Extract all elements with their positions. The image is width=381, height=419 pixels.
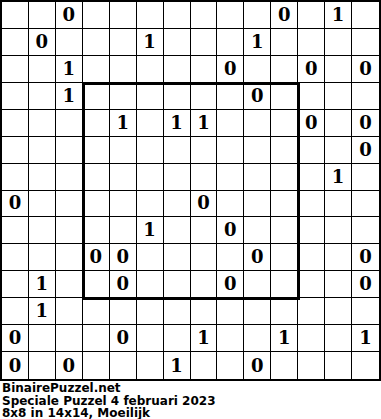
- cell-r0c13[interactable]: [352, 2, 379, 29]
- cell-r13c2[interactable]: 0: [56, 352, 83, 379]
- cell-r9c8[interactable]: [217, 244, 244, 271]
- cell-r11c1[interactable]: 1: [29, 298, 56, 325]
- cell-r10c0[interactable]: [2, 271, 29, 298]
- cell-r10c4[interactable]: 0: [110, 271, 137, 298]
- cell-r12c2[interactable]: [56, 325, 83, 352]
- cell-r2c10[interactable]: [271, 56, 298, 83]
- cell-r2c7[interactable]: [191, 56, 218, 83]
- cell-r0c9[interactable]: [244, 2, 271, 29]
- cell-r1c2[interactable]: [56, 29, 83, 56]
- cell-r0c5[interactable]: [137, 2, 164, 29]
- cell-r2c2[interactable]: 1: [56, 56, 83, 83]
- cell-r13c1[interactable]: [29, 352, 56, 379]
- cell-r8c1[interactable]: [29, 217, 56, 244]
- cell-r5c1[interactable]: [29, 137, 56, 164]
- cell-r12c3[interactable]: [83, 325, 110, 352]
- cell-r5c2[interactable]: [56, 137, 83, 164]
- cell-r0c7[interactable]: [191, 2, 218, 29]
- cell-r3c4[interactable]: [110, 83, 137, 110]
- cell-r5c10[interactable]: [271, 137, 298, 164]
- cell-r10c1[interactable]: 1: [29, 271, 56, 298]
- cell-r4c9[interactable]: [244, 110, 271, 137]
- cell-r13c9[interactable]: 0: [244, 352, 271, 379]
- cell-r7c1[interactable]: [29, 191, 56, 218]
- cell-r6c8[interactable]: [217, 164, 244, 191]
- cell-r7c5[interactable]: [137, 191, 164, 218]
- cell-r12c9[interactable]: [244, 325, 271, 352]
- cell-r2c9[interactable]: [244, 56, 271, 83]
- cell-r11c2[interactable]: [56, 298, 83, 325]
- cell-r10c6[interactable]: [164, 271, 191, 298]
- cell-r3c13[interactable]: [352, 83, 379, 110]
- cell-r2c13[interactable]: 0: [352, 56, 379, 83]
- cell-r13c12[interactable]: [325, 352, 352, 379]
- cell-r12c10[interactable]: 1: [271, 325, 298, 352]
- cell-r12c1[interactable]: [29, 325, 56, 352]
- cell-r6c6[interactable]: [164, 164, 191, 191]
- cell-r7c10[interactable]: [271, 191, 298, 218]
- cell-r2c3[interactable]: [83, 56, 110, 83]
- cell-r10c8[interactable]: 0: [217, 271, 244, 298]
- cell-r2c5[interactable]: [137, 56, 164, 83]
- cell-r12c13[interactable]: 1: [352, 325, 379, 352]
- cell-r3c9[interactable]: 0: [244, 83, 271, 110]
- cell-r3c3[interactable]: [83, 83, 110, 110]
- cell-r3c10[interactable]: [271, 83, 298, 110]
- cell-r1c11[interactable]: [298, 29, 325, 56]
- cell-r0c2[interactable]: 0: [56, 2, 83, 29]
- cell-r2c11[interactable]: 0: [298, 56, 325, 83]
- cell-r0c11[interactable]: [298, 2, 325, 29]
- cell-r7c12[interactable]: [325, 191, 352, 218]
- cell-r9c7[interactable]: [191, 244, 218, 271]
- cell-r11c13[interactable]: [352, 298, 379, 325]
- cell-r8c7[interactable]: [191, 217, 218, 244]
- cell-r5c9[interactable]: [244, 137, 271, 164]
- cell-r1c8[interactable]: [217, 29, 244, 56]
- cell-r1c3[interactable]: [83, 29, 110, 56]
- cell-r6c11[interactable]: [298, 164, 325, 191]
- cell-r7c3[interactable]: [83, 191, 110, 218]
- cell-r8c4[interactable]: [110, 217, 137, 244]
- cell-r8c10[interactable]: [271, 217, 298, 244]
- cell-r12c6[interactable]: [164, 325, 191, 352]
- cell-r12c4[interactable]: 0: [110, 325, 137, 352]
- cell-r13c5[interactable]: [137, 352, 164, 379]
- cell-r7c13[interactable]: [352, 191, 379, 218]
- cell-r3c6[interactable]: [164, 83, 191, 110]
- cell-r10c9[interactable]: [244, 271, 271, 298]
- puzzle-grid: 0010111000101110001001000001000100111001…: [0, 0, 381, 381]
- cell-r5c3[interactable]: [83, 137, 110, 164]
- cell-r13c10[interactable]: [271, 352, 298, 379]
- cell-r1c0[interactable]: [2, 29, 29, 56]
- cell-r8c12[interactable]: [325, 217, 352, 244]
- cell-r10c11[interactable]: [298, 271, 325, 298]
- cell-r11c3[interactable]: [83, 298, 110, 325]
- cell-r3c12[interactable]: [325, 83, 352, 110]
- cell-r9c1[interactable]: [29, 244, 56, 271]
- puzzle-size-difficulty: 8x8 in 14x14, Moeilijk: [2, 407, 381, 419]
- cell-r11c8[interactable]: [217, 298, 244, 325]
- cell-r8c9[interactable]: [244, 217, 271, 244]
- cell-r4c0[interactable]: [2, 110, 29, 137]
- cell-r11c9[interactable]: [244, 298, 271, 325]
- cell-r8c2[interactable]: [56, 217, 83, 244]
- cell-r13c11[interactable]: [298, 352, 325, 379]
- cell-r4c5[interactable]: [137, 110, 164, 137]
- cell-r13c13[interactable]: [352, 352, 379, 379]
- cell-r13c4[interactable]: [110, 352, 137, 379]
- cell-r4c2[interactable]: [56, 110, 83, 137]
- cell-r6c10[interactable]: [271, 164, 298, 191]
- cell-r8c13[interactable]: [352, 217, 379, 244]
- cell-r6c5[interactable]: [137, 164, 164, 191]
- cell-r3c0[interactable]: [2, 83, 29, 110]
- cell-r6c1[interactable]: [29, 164, 56, 191]
- cell-r0c1[interactable]: [29, 2, 56, 29]
- cell-r4c12[interactable]: [325, 110, 352, 137]
- cell-r5c12[interactable]: [325, 137, 352, 164]
- cell-r4c1[interactable]: [29, 110, 56, 137]
- cell-r5c7[interactable]: [191, 137, 218, 164]
- cell-r3c2[interactable]: 1: [56, 83, 83, 110]
- cell-r5c4[interactable]: [110, 137, 137, 164]
- cell-r2c0[interactable]: [2, 56, 29, 83]
- cell-r0c4[interactable]: [110, 2, 137, 29]
- cell-r0c8[interactable]: [217, 2, 244, 29]
- cell-r0c0[interactable]: [2, 2, 29, 29]
- cell-r6c12[interactable]: 1: [325, 164, 352, 191]
- cell-r7c0[interactable]: 0: [2, 191, 29, 218]
- cell-r4c6[interactable]: 1: [164, 110, 191, 137]
- cell-r4c10[interactable]: [271, 110, 298, 137]
- cell-r4c8[interactable]: [217, 110, 244, 137]
- cell-r11c4[interactable]: [110, 298, 137, 325]
- cell-r5c13[interactable]: 0: [352, 137, 379, 164]
- cell-r13c6[interactable]: 1: [164, 352, 191, 379]
- cell-r9c12[interactable]: [325, 244, 352, 271]
- cell-r5c8[interactable]: [217, 137, 244, 164]
- cell-r9c2[interactable]: [56, 244, 83, 271]
- cell-r12c8[interactable]: [217, 325, 244, 352]
- cell-r8c5[interactable]: 1: [137, 217, 164, 244]
- cell-r7c7[interactable]: 0: [191, 191, 218, 218]
- cell-r11c7[interactable]: [191, 298, 218, 325]
- cell-r2c6[interactable]: [164, 56, 191, 83]
- cell-r9c4[interactable]: 0: [110, 244, 137, 271]
- cell-r9c0[interactable]: [2, 244, 29, 271]
- cell-r10c7[interactable]: [191, 271, 218, 298]
- cell-r1c1[interactable]: 0: [29, 29, 56, 56]
- cell-r6c3[interactable]: [83, 164, 110, 191]
- cell-r2c8[interactable]: 0: [217, 56, 244, 83]
- cell-r10c2[interactable]: [56, 271, 83, 298]
- cell-r6c0[interactable]: [2, 164, 29, 191]
- cell-r8c6[interactable]: [164, 217, 191, 244]
- cell-r4c7[interactable]: 1: [191, 110, 218, 137]
- cell-r1c13[interactable]: [352, 29, 379, 56]
- cell-r10c12[interactable]: [325, 271, 352, 298]
- cell-r1c9[interactable]: 1: [244, 29, 271, 56]
- cell-r9c13[interactable]: 0: [352, 244, 379, 271]
- cell-r5c0[interactable]: [2, 137, 29, 164]
- cell-r0c10[interactable]: 0: [271, 2, 298, 29]
- cell-r4c4[interactable]: 1: [110, 110, 137, 137]
- cell-r13c8[interactable]: [217, 352, 244, 379]
- cell-r9c10[interactable]: [271, 244, 298, 271]
- cell-r12c5[interactable]: [137, 325, 164, 352]
- cell-r7c2[interactable]: [56, 191, 83, 218]
- cell-r9c5[interactable]: [137, 244, 164, 271]
- cell-r11c12[interactable]: [325, 298, 352, 325]
- cell-r9c11[interactable]: [298, 244, 325, 271]
- cell-r1c10[interactable]: [271, 29, 298, 56]
- cell-r13c7[interactable]: [191, 352, 218, 379]
- cell-r4c13[interactable]: 0: [352, 110, 379, 137]
- cell-r3c8[interactable]: [217, 83, 244, 110]
- cell-r3c7[interactable]: [191, 83, 218, 110]
- cell-r6c7[interactable]: [191, 164, 218, 191]
- cell-r10c3[interactable]: [83, 271, 110, 298]
- cell-r2c4[interactable]: [110, 56, 137, 83]
- cell-r8c8[interactable]: 0: [217, 217, 244, 244]
- cell-r9c6[interactable]: [164, 244, 191, 271]
- cell-r12c0[interactable]: 0: [2, 325, 29, 352]
- cell-r10c5[interactable]: [137, 271, 164, 298]
- cell-r12c11[interactable]: [298, 325, 325, 352]
- cell-r12c7[interactable]: 1: [191, 325, 218, 352]
- cell-r9c9[interactable]: 0: [244, 244, 271, 271]
- cell-r1c6[interactable]: [164, 29, 191, 56]
- cell-r10c13[interactable]: 0: [352, 271, 379, 298]
- cell-r11c5[interactable]: [137, 298, 164, 325]
- cell-r13c3[interactable]: [83, 352, 110, 379]
- cell-r5c6[interactable]: [164, 137, 191, 164]
- cell-r7c9[interactable]: [244, 191, 271, 218]
- cell-r1c7[interactable]: [191, 29, 218, 56]
- cell-r9c3[interactable]: 0: [83, 244, 110, 271]
- cell-r3c1[interactable]: [29, 83, 56, 110]
- caption: BinairePuzzel.net Speciale Puzzel 4 febr…: [0, 381, 381, 419]
- cell-r8c3[interactable]: [83, 217, 110, 244]
- cell-r0c3[interactable]: [83, 2, 110, 29]
- cell-r4c3[interactable]: [83, 110, 110, 137]
- cell-r8c11[interactable]: [298, 217, 325, 244]
- cell-r13c0[interactable]: 0: [2, 352, 29, 379]
- cell-r7c8[interactable]: [217, 191, 244, 218]
- cell-r7c4[interactable]: [110, 191, 137, 218]
- cell-r7c11[interactable]: [298, 191, 325, 218]
- cell-r6c2[interactable]: [56, 164, 83, 191]
- cell-r12c12[interactable]: [325, 325, 352, 352]
- cell-r5c5[interactable]: [137, 137, 164, 164]
- cell-r6c9[interactable]: [244, 164, 271, 191]
- cell-r11c0[interactable]: [2, 298, 29, 325]
- cell-r3c11[interactable]: [298, 83, 325, 110]
- cell-r10c10[interactable]: [271, 271, 298, 298]
- cell-r11c10[interactable]: [271, 298, 298, 325]
- cell-r11c11[interactable]: [298, 298, 325, 325]
- cell-r11c6[interactable]: [164, 298, 191, 325]
- cell-r5c11[interactable]: [298, 137, 325, 164]
- cell-r0c12[interactable]: 1: [325, 2, 352, 29]
- cell-r2c12[interactable]: [325, 56, 352, 83]
- cell-r1c4[interactable]: [110, 29, 137, 56]
- cell-r2c1[interactable]: [29, 56, 56, 83]
- cell-r7c6[interactable]: [164, 191, 191, 218]
- cell-r1c5[interactable]: 1: [137, 29, 164, 56]
- cell-r3c5[interactable]: [137, 83, 164, 110]
- cell-r4c11[interactable]: 0: [298, 110, 325, 137]
- cell-r1c12[interactable]: [325, 29, 352, 56]
- site-name: BinairePuzzel.net: [2, 382, 381, 395]
- cell-r0c6[interactable]: [164, 2, 191, 29]
- cell-r8c0[interactable]: [2, 217, 29, 244]
- cell-r6c13[interactable]: [352, 164, 379, 191]
- cell-r6c4[interactable]: [110, 164, 137, 191]
